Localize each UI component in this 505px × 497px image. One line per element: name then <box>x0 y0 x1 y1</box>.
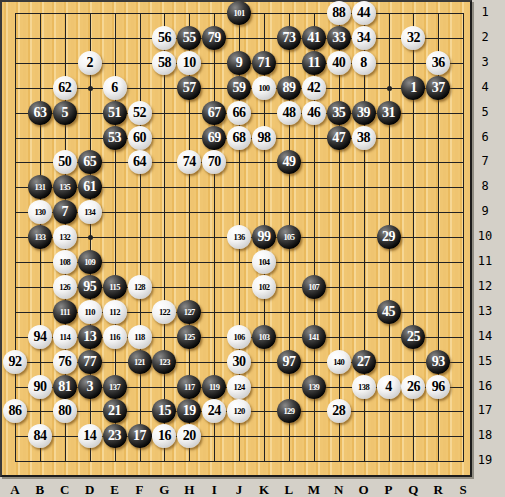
stone-black-move-71: 71 <box>252 51 276 75</box>
column-label-H: H <box>179 482 199 497</box>
stone-black-move-81: 81 <box>53 375 77 399</box>
stone-white-move-50: 50 <box>53 150 77 174</box>
stone-white-move-132: 132 <box>53 225 77 249</box>
stone-black-move-27: 27 <box>352 350 376 374</box>
row-label-11: 11 <box>472 254 498 268</box>
row-label-18: 18 <box>472 428 498 442</box>
row-label-6: 6 <box>472 130 498 144</box>
stone-white-move-30: 30 <box>227 350 251 374</box>
kifu-viewer-screen: 1018844565579734133343225810971114083662… <box>0 0 505 497</box>
stone-black-move-37: 37 <box>426 76 450 100</box>
stone-black-move-131: 131 <box>28 175 52 199</box>
stone-black-move-67: 67 <box>202 101 226 125</box>
stone-white-move-2: 2 <box>78 51 102 75</box>
column-label-L: L <box>279 482 299 497</box>
grid-line-vertical <box>339 13 340 462</box>
stone-black-move-69: 69 <box>202 126 226 150</box>
row-label-7: 7 <box>472 154 498 168</box>
stone-black-move-11: 11 <box>302 51 326 75</box>
stone-black-move-111: 111 <box>53 300 77 324</box>
stone-white-move-120: 120 <box>227 399 251 423</box>
stone-white-move-94: 94 <box>28 325 52 349</box>
stone-black-move-9: 9 <box>227 51 251 75</box>
column-label-A: A <box>5 482 25 497</box>
stone-white-move-110: 110 <box>78 300 102 324</box>
stone-black-move-127: 127 <box>177 300 201 324</box>
stone-white-move-140: 140 <box>327 350 351 374</box>
column-label-P: P <box>379 482 399 497</box>
stone-black-move-23: 23 <box>103 424 127 448</box>
stone-white-move-68: 68 <box>227 126 251 150</box>
row-label-19: 19 <box>472 453 498 467</box>
stone-black-move-25: 25 <box>401 325 425 349</box>
stone-white-move-102: 102 <box>252 275 276 299</box>
row-label-3: 3 <box>472 55 498 69</box>
stone-black-move-1: 1 <box>401 76 425 100</box>
row-label-12: 12 <box>472 279 498 293</box>
stone-black-move-3: 3 <box>78 375 102 399</box>
stone-black-move-57: 57 <box>177 76 201 100</box>
stone-black-move-105: 105 <box>277 225 301 249</box>
stone-black-move-135: 135 <box>53 175 77 199</box>
row-label-8: 8 <box>472 179 498 193</box>
stone-white-move-98: 98 <box>252 126 276 150</box>
stone-white-move-8: 8 <box>352 51 376 75</box>
stone-white-move-28: 28 <box>327 399 351 423</box>
stone-black-move-115: 115 <box>103 275 127 299</box>
stone-white-move-46: 46 <box>302 101 326 125</box>
stone-black-move-137: 137 <box>103 375 127 399</box>
stone-white-move-84: 84 <box>28 424 52 448</box>
column-label-O: O <box>354 482 374 497</box>
stone-white-move-126: 126 <box>53 275 77 299</box>
stone-black-move-41: 41 <box>302 26 326 50</box>
stone-black-move-31: 31 <box>377 101 401 125</box>
stone-white-move-38: 38 <box>352 126 376 150</box>
stone-white-move-96: 96 <box>426 375 450 399</box>
row-label-1: 1 <box>472 5 498 19</box>
stone-white-move-134: 134 <box>78 200 102 224</box>
stone-black-move-97: 97 <box>277 350 301 374</box>
stone-white-move-130: 130 <box>28 200 52 224</box>
stone-white-move-44: 44 <box>352 1 376 25</box>
stone-white-move-106: 106 <box>227 325 251 349</box>
stone-white-move-34: 34 <box>352 26 376 50</box>
stone-white-move-116: 116 <box>103 325 127 349</box>
row-label-16: 16 <box>472 379 498 393</box>
row-label-10: 10 <box>472 229 498 243</box>
stone-white-move-92: 92 <box>3 350 27 374</box>
stone-black-move-55: 55 <box>177 26 201 50</box>
stone-white-move-70: 70 <box>202 150 226 174</box>
stone-white-move-16: 16 <box>152 424 176 448</box>
stone-white-move-56: 56 <box>152 26 176 50</box>
stone-white-move-42: 42 <box>302 76 326 100</box>
stone-white-move-58: 58 <box>152 51 176 75</box>
star-point-D4 <box>88 86 93 91</box>
stone-white-move-80: 80 <box>53 399 77 423</box>
stone-black-move-7: 7 <box>53 200 77 224</box>
stone-black-move-123: 123 <box>152 350 176 374</box>
stone-white-move-138: 138 <box>352 375 376 399</box>
stone-black-move-5: 5 <box>53 101 77 125</box>
stone-black-move-29: 29 <box>377 225 401 249</box>
row-label-14: 14 <box>472 329 498 343</box>
stone-white-move-14: 14 <box>78 424 102 448</box>
stone-white-move-40: 40 <box>327 51 351 75</box>
column-label-I: I <box>204 482 224 497</box>
stone-black-move-53: 53 <box>103 126 127 150</box>
column-label-E: E <box>105 482 125 497</box>
column-label-J: J <box>229 482 249 497</box>
stone-white-move-26: 26 <box>401 375 425 399</box>
stone-black-move-107: 107 <box>302 275 326 299</box>
stone-black-move-121: 121 <box>128 350 152 374</box>
stone-black-move-59: 59 <box>227 76 251 100</box>
stone-black-move-61: 61 <box>78 175 102 199</box>
stone-black-move-125: 125 <box>177 325 201 349</box>
stone-black-move-133: 133 <box>28 225 52 249</box>
stone-black-move-109: 109 <box>78 250 102 274</box>
stone-black-move-129: 129 <box>277 399 301 423</box>
stone-black-move-45: 45 <box>377 300 401 324</box>
column-label-K: K <box>254 482 274 497</box>
stone-white-move-118: 118 <box>128 325 152 349</box>
stone-white-move-52: 52 <box>128 101 152 125</box>
stone-white-move-104: 104 <box>252 250 276 274</box>
row-label-15: 15 <box>472 354 498 368</box>
row-label-17: 17 <box>472 403 498 417</box>
column-label-M: M <box>304 482 324 497</box>
column-label-S: S <box>453 482 473 497</box>
row-label-9: 9 <box>472 204 498 218</box>
stone-black-move-117: 117 <box>177 375 201 399</box>
column-label-N: N <box>329 482 349 497</box>
stone-white-move-66: 66 <box>227 101 251 125</box>
stone-white-move-64: 64 <box>128 150 152 174</box>
stone-black-move-21: 21 <box>103 399 127 423</box>
stone-black-move-79: 79 <box>202 26 226 50</box>
go-board: 1018844565579734133343225810971114083662… <box>0 0 472 477</box>
stone-white-move-114: 114 <box>53 325 77 349</box>
column-label-R: R <box>428 482 448 497</box>
column-label-Q: Q <box>403 482 423 497</box>
stone-white-move-74: 74 <box>177 150 201 174</box>
stone-white-move-62: 62 <box>53 76 77 100</box>
stone-white-move-4: 4 <box>377 375 401 399</box>
row-label-5: 5 <box>472 105 498 119</box>
stone-black-move-49: 49 <box>277 150 301 174</box>
stone-white-move-20: 20 <box>177 424 201 448</box>
stone-black-move-77: 77 <box>78 350 102 374</box>
row-label-2: 2 <box>472 30 498 44</box>
stone-black-move-39: 39 <box>352 101 376 125</box>
stone-white-move-86: 86 <box>3 399 27 423</box>
stone-black-move-47: 47 <box>327 126 351 150</box>
grid-line-horizontal <box>15 461 464 462</box>
stone-white-move-36: 36 <box>426 51 450 75</box>
stone-black-move-15: 15 <box>152 399 176 423</box>
stone-black-move-73: 73 <box>277 26 301 50</box>
column-label-D: D <box>80 482 100 497</box>
stone-white-move-136: 136 <box>227 225 251 249</box>
column-label-C: C <box>55 482 75 497</box>
star-point-D10 <box>88 235 93 240</box>
stone-black-move-93: 93 <box>426 350 450 374</box>
stone-black-move-99: 99 <box>252 225 276 249</box>
stone-white-move-48: 48 <box>277 101 301 125</box>
column-label-F: F <box>130 482 150 497</box>
stone-black-move-119: 119 <box>202 375 226 399</box>
stone-black-move-33: 33 <box>327 26 351 50</box>
stone-black-move-35: 35 <box>327 101 351 125</box>
row-label-13: 13 <box>472 304 498 318</box>
stone-black-move-139: 139 <box>302 375 326 399</box>
stone-white-move-60: 60 <box>128 126 152 150</box>
stone-black-move-17: 17 <box>128 424 152 448</box>
stone-white-move-88: 88 <box>327 1 351 25</box>
column-label-B: B <box>30 482 50 497</box>
stone-white-move-6: 6 <box>103 76 127 100</box>
stone-white-move-24: 24 <box>202 399 226 423</box>
stone-black-move-101: 101 <box>227 1 251 25</box>
stone-black-move-89: 89 <box>277 76 301 100</box>
stone-black-move-51: 51 <box>103 101 127 125</box>
stone-white-move-108: 108 <box>53 250 77 274</box>
stone-white-move-10: 10 <box>177 51 201 75</box>
stone-white-move-112: 112 <box>103 300 127 324</box>
stone-white-move-128: 128 <box>128 275 152 299</box>
column-label-G: G <box>154 482 174 497</box>
stone-black-move-95: 95 <box>78 275 102 299</box>
stone-black-move-65: 65 <box>78 150 102 174</box>
grid-line-vertical <box>463 13 464 462</box>
stone-white-move-32: 32 <box>401 26 425 50</box>
stone-white-move-100: 100 <box>252 76 276 100</box>
stone-black-move-13: 13 <box>78 325 102 349</box>
stone-black-move-141: 141 <box>302 325 326 349</box>
stone-black-move-19: 19 <box>177 399 201 423</box>
stone-black-move-63: 63 <box>28 101 52 125</box>
stone-white-move-124: 124 <box>227 375 251 399</box>
row-label-4: 4 <box>472 80 498 94</box>
stone-black-move-103: 103 <box>252 325 276 349</box>
stone-white-move-122: 122 <box>152 300 176 324</box>
star-point-P4 <box>387 86 392 91</box>
stone-white-move-76: 76 <box>53 350 77 374</box>
stone-white-move-90: 90 <box>28 375 52 399</box>
